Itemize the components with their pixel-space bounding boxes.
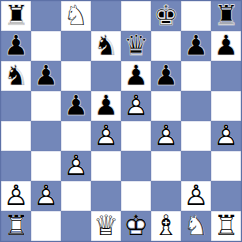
square-d7[interactable]: ♞: [91, 31, 121, 61]
piece-black-pawn: ♟: [151, 61, 181, 91]
square-a5[interactable]: [1, 91, 31, 121]
square-g7[interactable]: ♟: [181, 31, 211, 61]
piece-white-pawn: ♙: [91, 121, 121, 151]
piece-white-bishop: ♗: [151, 211, 181, 241]
square-h5[interactable]: [211, 91, 241, 121]
piece-white-pawn: ♙: [151, 121, 181, 151]
piece-white-knight: ♘: [181, 211, 211, 241]
piece-white-pawn-fill: ♟: [121, 91, 151, 121]
square-h6[interactable]: [211, 61, 241, 91]
square-d5[interactable]: ♟: [91, 91, 121, 121]
square-f8[interactable]: ♚: [151, 1, 181, 31]
square-b6[interactable]: ♟: [31, 61, 61, 91]
square-d8[interactable]: [91, 1, 121, 31]
square-c7[interactable]: [61, 31, 91, 61]
piece-black-rook: ♜: [211, 1, 241, 31]
piece-white-pawn: ♙: [121, 91, 151, 121]
piece-black-knight: ♞: [91, 31, 121, 61]
square-c3[interactable]: ♟♙: [61, 151, 91, 181]
square-c4[interactable]: [61, 121, 91, 151]
piece-white-rook-fill: ♜: [211, 211, 241, 241]
square-h7[interactable]: ♟: [211, 31, 241, 61]
square-g5[interactable]: [181, 91, 211, 121]
square-c5[interactable]: ♟: [61, 91, 91, 121]
square-g4[interactable]: [181, 121, 211, 151]
piece-white-pawn: ♙: [181, 181, 211, 211]
square-f6[interactable]: ♟: [151, 61, 181, 91]
square-d2[interactable]: [91, 181, 121, 211]
piece-white-rook: ♖: [211, 211, 241, 241]
square-a7[interactable]: ♟: [1, 31, 31, 61]
square-f7[interactable]: [151, 31, 181, 61]
square-c2[interactable]: [61, 181, 91, 211]
piece-white-knight-fill: ♞: [181, 211, 211, 241]
square-f3[interactable]: [151, 151, 181, 181]
square-d4[interactable]: ♟♙: [91, 121, 121, 151]
piece-white-rook: ♖: [1, 211, 31, 241]
piece-white-pawn: ♙: [211, 121, 241, 151]
square-b8[interactable]: [31, 1, 61, 31]
chess-board: ♜♞♘♚♜♟♞♛♟♟♞♟♟♟♟♟♟♙♟♙♟♙♟♙♟♙♟♙♟♙♟♙♜♖♛♕♚♔♝♗…: [0, 0, 242, 242]
piece-white-pawn-fill: ♟: [91, 121, 121, 151]
square-g3[interactable]: [181, 151, 211, 181]
square-a2[interactable]: ♟♙: [1, 181, 31, 211]
square-a4[interactable]: [1, 121, 31, 151]
square-a6[interactable]: ♞: [1, 61, 31, 91]
square-h3[interactable]: [211, 151, 241, 181]
square-e8[interactable]: [121, 1, 151, 31]
piece-white-king: ♔: [121, 211, 151, 241]
square-a1[interactable]: ♜♖: [1, 211, 31, 241]
piece-black-pawn: ♟: [61, 91, 91, 121]
square-h8[interactable]: ♜: [211, 1, 241, 31]
square-b7[interactable]: [31, 31, 61, 61]
piece-white-pawn: ♙: [31, 181, 61, 211]
square-g6[interactable]: [181, 61, 211, 91]
square-e2[interactable]: [121, 181, 151, 211]
piece-black-pawn: ♟: [91, 91, 121, 121]
piece-black-pawn: ♟: [31, 61, 61, 91]
piece-black-pawn: ♟: [1, 31, 31, 61]
square-b3[interactable]: [31, 151, 61, 181]
square-e4[interactable]: [121, 121, 151, 151]
square-b2[interactable]: ♟♙: [31, 181, 61, 211]
piece-black-rook: ♜: [1, 1, 31, 31]
piece-white-rook-fill: ♜: [1, 211, 31, 241]
piece-white-pawn: ♙: [1, 181, 31, 211]
square-a3[interactable]: [1, 151, 31, 181]
square-c6[interactable]: [61, 61, 91, 91]
square-b1[interactable]: [31, 211, 61, 241]
square-c1[interactable]: [61, 211, 91, 241]
piece-white-pawn-fill: ♟: [211, 121, 241, 151]
piece-white-bishop-fill: ♝: [151, 211, 181, 241]
piece-black-pawn: ♟: [211, 31, 241, 61]
square-f5[interactable]: [151, 91, 181, 121]
piece-white-knight-fill: ♞: [61, 1, 91, 31]
square-g8[interactable]: [181, 1, 211, 31]
square-e7[interactable]: ♛: [121, 31, 151, 61]
piece-black-knight: ♞: [1, 61, 31, 91]
square-e3[interactable]: [121, 151, 151, 181]
piece-white-pawn-fill: ♟: [31, 181, 61, 211]
square-f2[interactable]: [151, 181, 181, 211]
square-h1[interactable]: ♜♖: [211, 211, 241, 241]
square-h2[interactable]: [211, 181, 241, 211]
piece-black-king: ♚: [151, 1, 181, 31]
piece-black-pawn: ♟: [121, 61, 151, 91]
square-d3[interactable]: [91, 151, 121, 181]
piece-white-pawn-fill: ♟: [61, 151, 91, 181]
square-a8[interactable]: ♜: [1, 1, 31, 31]
piece-white-king-fill: ♚: [121, 211, 151, 241]
square-g1[interactable]: ♞♘: [181, 211, 211, 241]
piece-white-pawn-fill: ♟: [1, 181, 31, 211]
square-d1[interactable]: ♛♕: [91, 211, 121, 241]
square-f1[interactable]: ♝♗: [151, 211, 181, 241]
piece-white-queen-fill: ♛: [91, 211, 121, 241]
piece-black-pawn: ♟: [181, 31, 211, 61]
square-c8[interactable]: ♞♘: [61, 1, 91, 31]
piece-white-queen: ♕: [91, 211, 121, 241]
square-e6[interactable]: ♟: [121, 61, 151, 91]
square-b4[interactable]: [31, 121, 61, 151]
square-b5[interactable]: [31, 91, 61, 121]
square-e5[interactable]: ♟♙: [121, 91, 151, 121]
piece-black-queen: ♛: [121, 31, 151, 61]
square-g2[interactable]: ♟♙: [181, 181, 211, 211]
square-f4[interactable]: ♟♙: [151, 121, 181, 151]
square-h4[interactable]: ♟♙: [211, 121, 241, 151]
piece-white-pawn-fill: ♟: [181, 181, 211, 211]
piece-white-knight: ♘: [61, 1, 91, 31]
piece-white-pawn-fill: ♟: [151, 121, 181, 151]
square-d6[interactable]: [91, 61, 121, 91]
square-e1[interactable]: ♚♔: [121, 211, 151, 241]
piece-white-pawn: ♙: [61, 151, 91, 181]
